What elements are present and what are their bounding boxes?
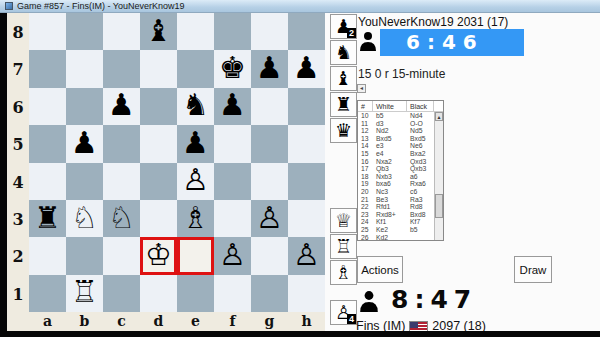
square-b2[interactable] xyxy=(66,237,103,274)
file-label-b: b xyxy=(66,312,103,330)
captured-white-piece: ♙4 xyxy=(330,300,357,325)
move-number: 24 xyxy=(358,218,373,226)
square-f8[interactable] xyxy=(214,13,251,50)
square-a5[interactable] xyxy=(29,125,66,162)
file-label-c: c xyxy=(103,312,140,330)
move-row[interactable]: 18Nxb3a6 xyxy=(358,173,443,181)
move-number: 15 xyxy=(358,150,373,158)
piece-h2[interactable]: ♙ xyxy=(293,240,320,270)
move-list-scrollbar[interactable]: ▲ xyxy=(434,112,443,240)
white-move: b5 xyxy=(373,112,407,120)
move-row[interactable]: 15e4Bxa2 xyxy=(358,150,443,158)
move-number: 14 xyxy=(358,142,373,150)
black-move: Bxd5 xyxy=(407,135,434,143)
move-number: 18 xyxy=(358,173,373,181)
white-move: Nc3 xyxy=(373,188,407,196)
square-b3[interactable]: ♘ xyxy=(66,200,103,237)
draw-button[interactable]: Draw xyxy=(514,256,552,283)
captured-piece-glyph: ♕ xyxy=(335,211,352,230)
square-g4[interactable] xyxy=(251,163,288,200)
square-g5[interactable] xyxy=(251,125,288,162)
player-icon xyxy=(359,31,377,51)
file-label-a: a xyxy=(29,312,66,330)
captured-count-badge: 2 xyxy=(347,28,356,38)
square-f7[interactable]: ♚ xyxy=(214,50,251,87)
white-move: e3 xyxy=(373,142,407,150)
square-f5[interactable] xyxy=(214,125,251,162)
move-row[interactable]: 12Nd2Nd5 xyxy=(358,127,443,135)
app-icon xyxy=(5,2,13,10)
black-move: a6 xyxy=(407,173,434,181)
move-number: 26 xyxy=(358,234,373,241)
white-move: Bxd5 xyxy=(373,135,407,143)
move-row[interactable]: 13Bxd5Bxd5 xyxy=(358,135,443,143)
file-label-g: g xyxy=(251,312,288,330)
square-e4[interactable]: ♙ xyxy=(177,163,214,200)
square-d2[interactable]: ♔ xyxy=(140,237,177,274)
square-g1[interactable] xyxy=(251,275,288,312)
piece-g7[interactable]: ♟ xyxy=(256,53,283,83)
square-h6[interactable] xyxy=(288,88,325,125)
opponent-name: YouNeverKnow19 2031 (17) xyxy=(358,15,508,29)
piece-d2[interactable]: ♔ xyxy=(145,240,172,270)
square-h2[interactable]: ♙ xyxy=(288,237,325,274)
title-bar[interactable]: Game #857 - Fins(IM) - YouNeverKnow19 xyxy=(0,0,600,13)
piece-f6[interactable]: ♟ xyxy=(219,90,246,120)
file-labels: abcdefgh xyxy=(29,312,325,331)
piece-e4[interactable]: ♙ xyxy=(182,165,209,195)
game-window: Game #857 - Fins(IM) - YouNeverKnow19 87… xyxy=(0,0,600,337)
move-row[interactable]: 14e3Ne6 xyxy=(358,142,443,150)
square-f1[interactable] xyxy=(214,275,251,312)
file-label-f: f xyxy=(214,312,251,330)
white-move: Ke2 xyxy=(373,226,407,234)
captured-piece-glyph: ♜ xyxy=(335,95,352,114)
scroll-up-arrow-icon[interactable]: ▲ xyxy=(435,112,443,121)
square-a4[interactable] xyxy=(29,163,66,200)
captured-black-piece: ♜ xyxy=(330,92,357,117)
square-g7[interactable]: ♟ xyxy=(251,50,288,87)
move-number: 12 xyxy=(358,127,373,135)
piece-c3[interactable]: ♘ xyxy=(108,203,135,233)
square-b8[interactable] xyxy=(66,13,103,50)
black-move: c6 xyxy=(407,188,434,196)
white-move: Be3 xyxy=(373,196,407,204)
rank-label-8: 8 xyxy=(7,23,29,42)
white-move: Qb3 xyxy=(373,165,407,173)
square-h3[interactable] xyxy=(288,200,325,237)
square-e2[interactable] xyxy=(177,237,214,274)
rank-label-4: 4 xyxy=(7,173,29,192)
white-move: e4 xyxy=(373,150,407,158)
black-move: Bxa2 xyxy=(407,150,434,158)
rank-label-2: 2 xyxy=(7,247,29,266)
move-number: 11 xyxy=(358,120,373,128)
move-number: 16 xyxy=(358,158,373,166)
captured-piece-glyph: ♝ xyxy=(335,69,352,88)
move-number: 19 xyxy=(358,180,373,188)
piece-e6[interactable]: ♞ xyxy=(182,90,209,120)
header-white: White xyxy=(373,101,407,111)
piece-e3[interactable]: ♗ xyxy=(182,203,209,233)
scrollbar-thumb[interactable] xyxy=(435,194,443,218)
rank-label-1: 1 xyxy=(7,285,29,304)
opponent-clock: 6:46 xyxy=(380,29,524,56)
square-d6[interactable] xyxy=(140,88,177,125)
rank-label-5: 5 xyxy=(7,135,29,154)
square-d1[interactable] xyxy=(140,275,177,312)
square-g6[interactable] xyxy=(251,88,288,125)
black-move: Qxd3 xyxy=(407,158,434,166)
square-c5[interactable] xyxy=(103,125,140,162)
square-b6[interactable] xyxy=(66,88,103,125)
piece-b3[interactable]: ♘ xyxy=(71,203,98,233)
black-move: Nd5 xyxy=(407,127,434,135)
white-move: Nxa2 xyxy=(373,158,407,166)
white-move: Kf1 xyxy=(373,218,407,226)
captured-piece-glyph: ♖ xyxy=(335,237,352,256)
captured-piece-glyph: ♞ xyxy=(335,43,352,62)
square-d4[interactable] xyxy=(140,163,177,200)
square-a8[interactable] xyxy=(29,13,66,50)
left-frame xyxy=(0,13,7,337)
move-row[interactable]: 20Nc3c6 xyxy=(358,188,443,196)
square-e1[interactable] xyxy=(177,275,214,312)
square-a1[interactable] xyxy=(29,275,66,312)
square-a3[interactable]: ♜ xyxy=(29,200,66,237)
white-move: Nxb3 xyxy=(373,173,407,181)
black-move: Nd4 xyxy=(407,112,434,120)
square-g8[interactable] xyxy=(251,13,288,50)
piece-a3[interactable]: ♜ xyxy=(34,203,61,233)
player-icon xyxy=(359,290,379,312)
white-move: d3 xyxy=(373,120,407,128)
file-label-d: d xyxy=(140,312,177,330)
move-row[interactable]: 19bxa6Rxa6 xyxy=(358,180,443,188)
square-c3[interactable]: ♘ xyxy=(103,200,140,237)
move-row[interactable]: 25Ke2b5 xyxy=(358,226,443,234)
move-row[interactable]: 16Nxa2Qxd3 xyxy=(358,158,443,166)
square-g3[interactable]: ♙ xyxy=(251,200,288,237)
move-number: 23 xyxy=(358,211,373,219)
window-title: Game #857 - Fins(IM) - YouNeverKnow19 xyxy=(17,0,185,12)
move-number: 25 xyxy=(358,226,373,234)
white-move: bxa6 xyxy=(373,180,407,188)
white-move: Rfd1 xyxy=(373,203,407,211)
rank-label-7: 7 xyxy=(7,60,29,79)
rank-label-3: 3 xyxy=(7,210,29,229)
square-f4[interactable] xyxy=(214,163,251,200)
move-list[interactable]: # White Black 10b5Nd411d3O-O12Nd2Nd513Bx… xyxy=(357,100,444,241)
move-number: 21 xyxy=(358,196,373,204)
move-row[interactable]: 24Kf1Kf7 xyxy=(358,218,443,226)
file-label-h: h xyxy=(288,312,325,330)
piece-c6[interactable]: ♟ xyxy=(108,90,135,120)
move-number: 20 xyxy=(358,188,373,196)
square-c7[interactable] xyxy=(103,50,140,87)
move-row[interactable]: 26Kd2 xyxy=(358,234,443,241)
white-move: Nd2 xyxy=(373,127,407,135)
square-g2[interactable] xyxy=(251,237,288,274)
square-d8[interactable]: ♝ xyxy=(140,13,177,50)
square-b1[interactable]: ♖ xyxy=(66,275,103,312)
move-list-body[interactable]: 10b5Nd411d3O-O12Nd2Nd513Bxd5Bxd514e3Ne61… xyxy=(358,112,443,240)
move-list-header: # White Black xyxy=(358,101,443,112)
square-b5[interactable]: ♟ xyxy=(66,125,103,162)
square-e5[interactable]: ♟ xyxy=(177,125,214,162)
actions-button[interactable]: Actions xyxy=(357,256,403,283)
black-move xyxy=(407,234,434,241)
captured-white-piece: ♖ xyxy=(330,234,357,259)
us-flag-icon xyxy=(409,321,428,332)
square-c2[interactable] xyxy=(103,237,140,274)
bottom-frame xyxy=(0,331,600,337)
black-move: Kf7 xyxy=(407,218,434,226)
square-e8[interactable] xyxy=(177,13,214,50)
square-c1[interactable] xyxy=(103,275,140,312)
black-move: Rxa6 xyxy=(407,180,434,188)
square-c4[interactable] xyxy=(103,163,140,200)
square-h7[interactable]: ♟ xyxy=(288,50,325,87)
move-row[interactable]: 17Qb3Qxb3 xyxy=(358,165,443,173)
header-move-number: # xyxy=(358,101,373,111)
piece-e5[interactable]: ♟ xyxy=(182,128,209,158)
white-move: Rxd8+ xyxy=(373,211,407,219)
captured-white-piece: ♕ xyxy=(330,208,357,233)
captured-piece-glyph: ♛ xyxy=(335,121,352,140)
captured-piece-glyph: ♗ xyxy=(335,263,352,282)
piece-f7[interactable]: ♚ xyxy=(219,53,246,83)
captured-black-piece: ♟2 xyxy=(330,14,357,39)
square-a7[interactable] xyxy=(29,50,66,87)
captured-count-badge: 4 xyxy=(347,314,356,324)
rank-label-6: 6 xyxy=(7,98,29,117)
square-d3[interactable] xyxy=(140,200,177,237)
move-row[interactable]: 11d3O-O xyxy=(358,120,443,128)
move-row[interactable]: 21Be3Ra3 xyxy=(358,196,443,204)
square-f6[interactable]: ♟ xyxy=(214,88,251,125)
move-number: 13 xyxy=(358,135,373,143)
square-h1[interactable] xyxy=(288,275,325,312)
white-move: Kd2 xyxy=(373,234,407,241)
square-a6[interactable] xyxy=(29,88,66,125)
chess-board[interactable]: ♝♚♟♟♟♞♟♟♟♙♜♘♘♗♙♔♙♙♖ xyxy=(29,13,325,312)
piece-b5[interactable]: ♟ xyxy=(71,128,98,158)
side-panel: ♟2♞♝♜♛♕♖♗♙4 YouNeverKnow19 2031 (17) 6:4… xyxy=(325,13,600,331)
captured-white-piece: ♗ xyxy=(330,260,357,285)
square-e6[interactable]: ♞ xyxy=(177,88,214,125)
game-type-label: 15 0 r 15-minute xyxy=(358,67,445,81)
piece-b1[interactable]: ♖ xyxy=(71,277,98,307)
piece-f2[interactable]: ♙ xyxy=(219,240,246,270)
square-h5[interactable] xyxy=(288,125,325,162)
player-clock: 8:47 xyxy=(391,285,477,314)
black-move: O-O xyxy=(407,120,434,128)
square-f3[interactable] xyxy=(214,200,251,237)
scroll-left-arrow-icon[interactable]: ◂ xyxy=(357,84,366,93)
square-d7[interactable] xyxy=(140,50,177,87)
move-number: 10 xyxy=(358,112,373,120)
black-move: Bxd8 xyxy=(407,211,434,219)
square-f2[interactable]: ♙ xyxy=(214,237,251,274)
black-move: Ne6 xyxy=(407,142,434,150)
piece-h7[interactable]: ♟ xyxy=(293,53,320,83)
square-a2[interactable] xyxy=(29,237,66,274)
file-label-e: e xyxy=(177,312,214,330)
square-b4[interactable] xyxy=(66,163,103,200)
move-number: 22 xyxy=(358,203,373,211)
piece-d8[interactable]: ♝ xyxy=(145,16,172,46)
black-move: Qxb3 xyxy=(407,165,434,173)
square-e3[interactable]: ♗ xyxy=(177,200,214,237)
black-move: Rd8 xyxy=(407,203,434,211)
move-row[interactable]: 10b5Nd4 xyxy=(358,112,443,120)
captured-black-piece: ♝ xyxy=(330,66,357,91)
square-c8[interactable] xyxy=(103,13,140,50)
square-d5[interactable] xyxy=(140,125,177,162)
move-row[interactable]: 23Rxd8+Bxd8 xyxy=(358,211,443,219)
move-number: 17 xyxy=(358,165,373,173)
captured-black-piece: ♞ xyxy=(330,40,357,65)
captured-black-piece: ♛ xyxy=(330,118,357,143)
black-move: b5 xyxy=(407,226,434,234)
rank-labels: 87654321 xyxy=(7,13,29,331)
square-h4[interactable] xyxy=(288,163,325,200)
move-row[interactable]: 22Rfd1Rd8 xyxy=(358,203,443,211)
square-c6[interactable]: ♟ xyxy=(103,88,140,125)
square-b7[interactable] xyxy=(66,50,103,87)
piece-g3[interactable]: ♙ xyxy=(256,203,283,233)
square-h8[interactable] xyxy=(288,13,325,50)
black-move: Ra3 xyxy=(407,196,434,204)
square-e7[interactable] xyxy=(177,50,214,87)
header-black: Black xyxy=(407,101,434,111)
